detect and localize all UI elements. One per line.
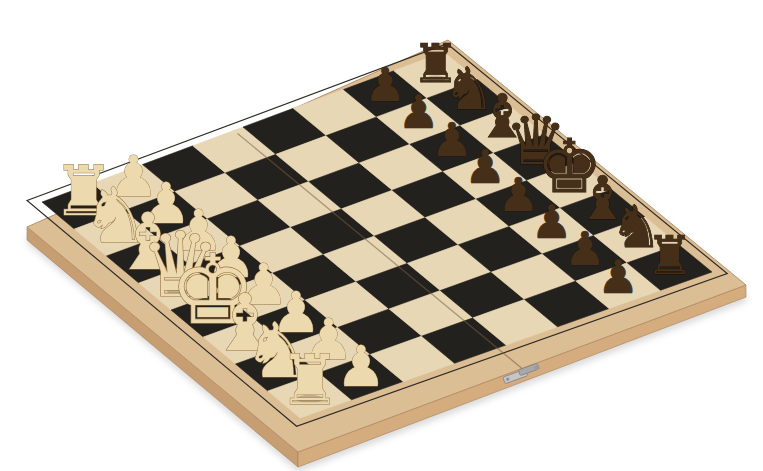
- piece-black-pawn-h7: ♟: [597, 250, 639, 304]
- piece-white-pawn-h2: ♟: [336, 334, 387, 399]
- chess-set-photo: ♜♟♞♟♝♟♛♟♚♟♟♜♝♟♟♞♞♟♟♝♜♟♟♛♟♚♟♝♟♞♟♜: [0, 0, 763, 471]
- chessboard-scene: ♜♟♞♟♝♟♛♟♚♟♟♜♝♟♟♞♞♟♟♝♜♟♟♛♟♚♟♝♟♞♟♜: [0, 0, 763, 471]
- piece-black-rook-h8: ♜: [646, 225, 694, 287]
- piece-white-rook-h1: ♜: [278, 339, 340, 420]
